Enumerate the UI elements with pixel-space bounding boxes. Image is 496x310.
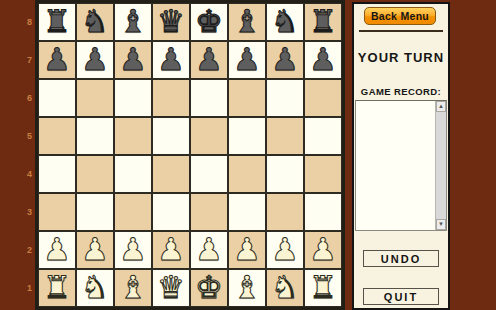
white-bishop: ♝ bbox=[233, 269, 261, 305]
square-g5[interactable] bbox=[266, 117, 304, 155]
square-d4[interactable] bbox=[152, 155, 190, 193]
square-f4[interactable] bbox=[228, 155, 266, 193]
white-pawn: ♟ bbox=[81, 231, 109, 267]
square-c5[interactable] bbox=[114, 117, 152, 155]
game-record-content bbox=[356, 101, 435, 230]
square-f6[interactable] bbox=[228, 79, 266, 117]
white-knight: ♞ bbox=[81, 269, 109, 305]
scrollbar-track[interactable]: ▲ ▼ bbox=[435, 101, 446, 230]
square-b2[interactable]: ♟ bbox=[76, 231, 114, 269]
rank-label-1: 1 bbox=[16, 269, 32, 307]
black-pawn: ♟ bbox=[43, 41, 71, 77]
black-pawn: ♟ bbox=[195, 41, 223, 77]
black-knight: ♞ bbox=[271, 3, 299, 39]
square-d3[interactable] bbox=[152, 193, 190, 231]
square-g7[interactable]: ♟ bbox=[266, 41, 304, 79]
rank-label-7: 7 bbox=[16, 41, 32, 79]
square-f2[interactable]: ♟ bbox=[228, 231, 266, 269]
square-a7[interactable]: ♟ bbox=[38, 41, 76, 79]
square-e6[interactable] bbox=[190, 79, 228, 117]
white-pawn: ♟ bbox=[271, 231, 299, 267]
black-knight: ♞ bbox=[81, 3, 109, 39]
square-b4[interactable] bbox=[76, 155, 114, 193]
square-d8[interactable]: ♛ bbox=[152, 3, 190, 41]
black-pawn: ♟ bbox=[157, 41, 185, 77]
square-e2[interactable]: ♟ bbox=[190, 231, 228, 269]
black-queen: ♛ bbox=[157, 3, 185, 39]
white-knight: ♞ bbox=[271, 269, 299, 305]
black-pawn: ♟ bbox=[81, 41, 109, 77]
square-e1[interactable]: ♚ bbox=[190, 269, 228, 307]
white-pawn: ♟ bbox=[119, 231, 147, 267]
square-h7[interactable]: ♟ bbox=[304, 41, 342, 79]
square-h2[interactable]: ♟ bbox=[304, 231, 342, 269]
square-c4[interactable] bbox=[114, 155, 152, 193]
square-g2[interactable]: ♟ bbox=[266, 231, 304, 269]
white-king: ♚ bbox=[195, 269, 223, 305]
square-e3[interactable] bbox=[190, 193, 228, 231]
square-b8[interactable]: ♞ bbox=[76, 3, 114, 41]
game-record-label: GAME RECORD: bbox=[354, 86, 448, 97]
square-h4[interactable] bbox=[304, 155, 342, 193]
black-rook: ♜ bbox=[309, 3, 337, 39]
square-b3[interactable] bbox=[76, 193, 114, 231]
square-c6[interactable] bbox=[114, 79, 152, 117]
black-pawn: ♟ bbox=[119, 41, 147, 77]
square-a6[interactable] bbox=[38, 79, 76, 117]
app-window: 87654321 ♜♞♝♛♚♝♞♜♟♟♟♟♟♟♟♟♟♟♟♟♟♟♟♟♜♞♝♛♚♝♞… bbox=[0, 0, 496, 310]
square-c7[interactable]: ♟ bbox=[114, 41, 152, 79]
black-rook: ♜ bbox=[43, 3, 71, 39]
square-a4[interactable] bbox=[38, 155, 76, 193]
square-e7[interactable]: ♟ bbox=[190, 41, 228, 79]
square-b7[interactable]: ♟ bbox=[76, 41, 114, 79]
black-pawn: ♟ bbox=[309, 41, 337, 77]
square-b5[interactable] bbox=[76, 117, 114, 155]
square-e4[interactable] bbox=[190, 155, 228, 193]
square-g1[interactable]: ♞ bbox=[266, 269, 304, 307]
square-f3[interactable] bbox=[228, 193, 266, 231]
back-menu-button[interactable]: Back Menu bbox=[364, 7, 436, 25]
white-pawn: ♟ bbox=[157, 231, 185, 267]
square-d7[interactable]: ♟ bbox=[152, 41, 190, 79]
white-pawn: ♟ bbox=[309, 231, 337, 267]
square-h8[interactable]: ♜ bbox=[304, 3, 342, 41]
square-b1[interactable]: ♞ bbox=[76, 269, 114, 307]
scrollbar-up-icon[interactable]: ▲ bbox=[436, 101, 446, 112]
sidebar-panel: Back Menu YOUR TURN GAME RECORD: ▲ ▼ UND… bbox=[352, 2, 450, 310]
rank-label-6: 6 bbox=[16, 79, 32, 117]
white-queen: ♛ bbox=[157, 269, 185, 305]
black-bishop: ♝ bbox=[233, 3, 261, 39]
square-f5[interactable] bbox=[228, 117, 266, 155]
square-f8[interactable]: ♝ bbox=[228, 3, 266, 41]
square-a3[interactable] bbox=[38, 193, 76, 231]
square-h5[interactable] bbox=[304, 117, 342, 155]
white-pawn: ♟ bbox=[43, 231, 71, 267]
white-pawn: ♟ bbox=[233, 231, 261, 267]
white-rook: ♜ bbox=[43, 269, 71, 305]
undo-button[interactable]: UNDO bbox=[363, 250, 439, 267]
rank-label-8: 8 bbox=[16, 3, 32, 41]
square-a5[interactable] bbox=[38, 117, 76, 155]
black-pawn: ♟ bbox=[233, 41, 261, 77]
square-a1[interactable]: ♜ bbox=[38, 269, 76, 307]
rank-label-4: 4 bbox=[16, 155, 32, 193]
square-c3[interactable] bbox=[114, 193, 152, 231]
chess-board: ♜♞♝♛♚♝♞♜♟♟♟♟♟♟♟♟♟♟♟♟♟♟♟♟♜♞♝♛♚♝♞♜ bbox=[35, 0, 345, 310]
square-e8[interactable]: ♚ bbox=[190, 3, 228, 41]
square-g3[interactable] bbox=[266, 193, 304, 231]
square-d6[interactable] bbox=[152, 79, 190, 117]
square-f7[interactable]: ♟ bbox=[228, 41, 266, 79]
square-d2[interactable]: ♟ bbox=[152, 231, 190, 269]
scrollbar-down-icon[interactable]: ▼ bbox=[436, 219, 446, 230]
square-c8[interactable]: ♝ bbox=[114, 3, 152, 41]
square-d1[interactable]: ♛ bbox=[152, 269, 190, 307]
square-c2[interactable]: ♟ bbox=[114, 231, 152, 269]
square-d5[interactable] bbox=[152, 117, 190, 155]
black-pawn: ♟ bbox=[271, 41, 299, 77]
square-c1[interactable]: ♝ bbox=[114, 269, 152, 307]
square-g6[interactable] bbox=[266, 79, 304, 117]
black-king: ♚ bbox=[195, 3, 223, 39]
square-a2[interactable]: ♟ bbox=[38, 231, 76, 269]
white-rook: ♜ bbox=[309, 269, 337, 305]
rank-label-3: 3 bbox=[16, 193, 32, 231]
square-g4[interactable] bbox=[266, 155, 304, 193]
black-bishop: ♝ bbox=[119, 3, 147, 39]
square-e5[interactable] bbox=[190, 117, 228, 155]
square-a8[interactable]: ♜ bbox=[38, 3, 76, 41]
square-f1[interactable]: ♝ bbox=[228, 269, 266, 307]
rank-label-5: 5 bbox=[16, 117, 32, 155]
divider bbox=[359, 30, 443, 32]
rank-label-2: 2 bbox=[16, 231, 32, 269]
rank-label-column: 87654321 bbox=[16, 0, 32, 310]
square-g8[interactable]: ♞ bbox=[266, 3, 304, 41]
quit-button[interactable]: QUIT bbox=[363, 288, 439, 305]
square-h3[interactable] bbox=[304, 193, 342, 231]
square-b6[interactable] bbox=[76, 79, 114, 117]
square-h6[interactable] bbox=[304, 79, 342, 117]
square-h1[interactable]: ♜ bbox=[304, 269, 342, 307]
white-pawn: ♟ bbox=[195, 231, 223, 267]
game-record-textarea[interactable]: ▲ ▼ bbox=[355, 100, 447, 231]
turn-status-text: YOUR TURN bbox=[354, 50, 448, 65]
white-bishop: ♝ bbox=[119, 269, 147, 305]
